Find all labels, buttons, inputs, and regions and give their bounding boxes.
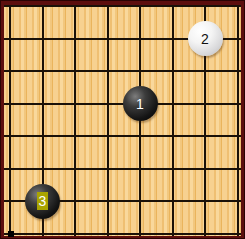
grid-line-horizontal	[4, 70, 241, 72]
grid-line-horizontal	[4, 135, 241, 137]
move-number-label: 1	[136, 97, 144, 111]
grid-line-horizontal	[4, 233, 241, 235]
move-number-label: 2	[201, 32, 209, 46]
go-stone-black-move-1[interactable]: 1	[123, 86, 158, 121]
grid-line-horizontal	[4, 168, 241, 170]
grid-line-horizontal	[4, 5, 241, 7]
star-point-marker	[8, 231, 14, 237]
go-board-window: 123	[0, 0, 245, 239]
go-stone-black-move-3[interactable]: 3	[25, 184, 60, 219]
go-stone-white-move-2[interactable]: 2	[188, 21, 223, 56]
move-number-label: 3	[37, 192, 49, 210]
